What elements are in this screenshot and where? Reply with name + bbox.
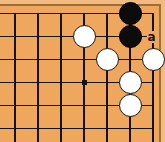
- grid-line-vertical: [60, 13, 62, 142]
- grid-line-vertical: [37, 13, 39, 142]
- point-label-a[interactable]: a: [146, 31, 156, 43]
- white-stone[interactable]: ○: [142, 48, 165, 71]
- white-stone[interactable]: ○: [119, 94, 142, 117]
- white-stone[interactable]: ○: [119, 71, 142, 94]
- grid-line-vertical: [106, 13, 108, 142]
- grid-line-horizontal: [0, 59, 154, 61]
- hoshi-star-point: [82, 80, 87, 85]
- black-stone[interactable]: ●: [119, 25, 142, 48]
- grid-line-vertical: [14, 13, 16, 142]
- black-stone[interactable]: ●: [119, 2, 142, 25]
- white-stone[interactable]: ○: [73, 25, 96, 48]
- white-stone[interactable]: ○: [96, 48, 119, 71]
- go-diagram: ●●○○○○○a: [0, 0, 165, 142]
- grid-line-horizontal: [0, 128, 154, 130]
